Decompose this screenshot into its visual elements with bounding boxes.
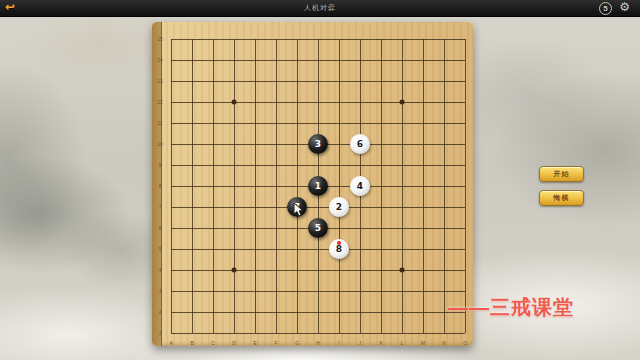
stone-3-black-H10: 3 [308, 134, 328, 154]
row-label-11: 11 [158, 121, 163, 126]
stone-7-black-G7: 7 [287, 197, 307, 217]
star-point [400, 100, 405, 105]
stone-5-black-H6: 5 [308, 218, 328, 238]
row-label-13: 13 [157, 79, 162, 84]
col-label-K: K [379, 341, 382, 346]
level-badge-icon[interactable]: 5 [599, 2, 612, 15]
col-label-D: D [232, 341, 235, 346]
col-label-N: N [442, 341, 445, 346]
row-label-10: 10 [157, 142, 162, 147]
row-label-12: 12 [157, 100, 162, 105]
undo-button[interactable]: 悔棋 [539, 190, 584, 206]
star-point [232, 268, 237, 273]
col-label-F: F [275, 341, 278, 346]
stone-1-black-H8: 1 [308, 176, 328, 196]
row-label-6: 6 [159, 226, 162, 231]
row-label-2: 2 [159, 310, 162, 315]
title-bar: ↩ 人机对弈 5 ⚙ [0, 0, 640, 17]
col-label-A: A [169, 341, 172, 346]
row-label-15: 15 [157, 37, 162, 42]
star-point [232, 100, 237, 105]
col-label-B: B [190, 341, 193, 346]
row-label-1: 1 [159, 331, 162, 336]
col-label-G: G [295, 341, 299, 346]
star-point [400, 268, 405, 273]
page-title: 人机对弈 [0, 0, 640, 16]
gomoku-board[interactable]: 15A14B13C12D11E10F9G8H7I6J5K4L3M2N1O1234… [152, 22, 473, 346]
row-label-14: 14 [157, 58, 162, 63]
stone-6-white-J10: 6 [350, 134, 370, 154]
row-label-5: 5 [159, 247, 162, 252]
settings-gear-icon[interactable]: ⚙ [619, 1, 630, 13]
col-label-L: L [401, 341, 404, 346]
last-move-marker [337, 241, 341, 245]
col-label-C: C [211, 341, 214, 346]
col-label-O: O [463, 341, 467, 346]
app-window: ↩ 人机对弈 5 ⚙ 15A14B13C12D11E10F9G8H7I6J5K4… [0, 0, 640, 360]
row-label-8: 8 [159, 184, 162, 189]
stone-8-white-I5: 8 [329, 239, 349, 259]
start-button[interactable]: 开始 [539, 166, 584, 182]
row-label-4: 4 [159, 268, 162, 273]
row-label-3: 3 [159, 289, 162, 294]
stone-4-white-J8: 4 [350, 176, 370, 196]
col-label-M: M [421, 341, 425, 346]
row-label-7: 7 [159, 205, 162, 210]
col-label-I: I [338, 341, 339, 346]
col-label-E: E [253, 341, 256, 346]
watermark-caption: ——三戒课堂 [448, 294, 574, 321]
col-label-H: H [316, 341, 319, 346]
row-label-9: 9 [159, 163, 162, 168]
stone-2-white-I7: 2 [329, 197, 349, 217]
col-label-J: J [359, 341, 361, 346]
